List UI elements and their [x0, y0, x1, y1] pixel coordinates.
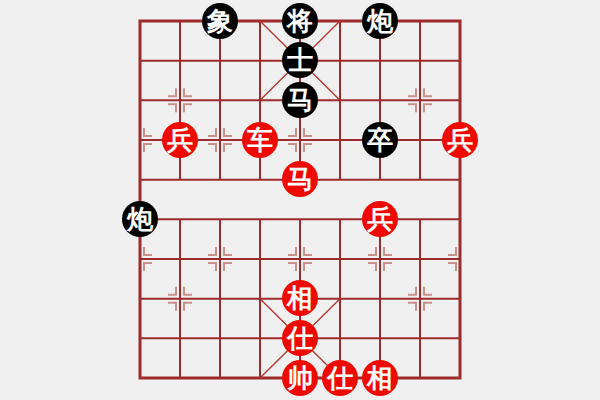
- piece-red-advisor[interactable]: 仕: [282, 320, 318, 356]
- piece-black-advisor[interactable]: 士: [282, 42, 318, 78]
- board-point: 马: [280, 160, 320, 200]
- piece-red-soldier[interactable]: 兵: [162, 122, 198, 158]
- piece-black-horse[interactable]: 马: [282, 82, 318, 118]
- piece-red-advisor[interactable]: 仕: [322, 360, 358, 396]
- piece-red-chariot[interactable]: 车: [242, 122, 278, 158]
- board-point: 炮: [360, 1, 400, 41]
- board-point: 仕: [320, 358, 360, 398]
- piece-red-soldier[interactable]: 兵: [362, 201, 398, 237]
- board-point: 相: [280, 279, 320, 319]
- board-point: 帅: [280, 358, 320, 398]
- board-point: 士: [280, 41, 320, 81]
- piece-red-elephant[interactable]: 相: [282, 280, 318, 316]
- board-point: 马: [280, 80, 320, 120]
- board-point: 象: [200, 1, 240, 41]
- piece-black-general[interactable]: 将: [282, 3, 318, 39]
- piece-black-elephant[interactable]: 象: [202, 3, 238, 39]
- piece-red-horse[interactable]: 马: [282, 161, 318, 197]
- board-point: 炮: [120, 199, 160, 239]
- board-point: 车: [240, 120, 280, 160]
- piece-red-soldier[interactable]: 兵: [442, 122, 478, 158]
- piece-black-cannon[interactable]: 炮: [362, 3, 398, 39]
- board-point: 兵: [160, 120, 200, 160]
- board-point: 卒: [360, 120, 400, 160]
- xiangqi-board[interactable]: 象将炮士马兵车卒兵马炮兵相仕帅仕相: [120, 1, 480, 398]
- piece-black-soldier[interactable]: 卒: [362, 122, 398, 158]
- board-point: 相: [360, 358, 400, 398]
- board-point: 兵: [360, 199, 400, 239]
- board-point: 兵: [440, 120, 480, 160]
- xiangqi-app: 象将炮士马兵车卒兵马炮兵相仕帅仕相: [0, 0, 600, 400]
- piece-black-cannon[interactable]: 炮: [122, 201, 158, 237]
- piece-red-elephant[interactable]: 相: [362, 360, 398, 396]
- board-point: 将: [280, 1, 320, 41]
- board-point: 仕: [280, 318, 320, 358]
- piece-red-general[interactable]: 帅: [282, 360, 318, 396]
